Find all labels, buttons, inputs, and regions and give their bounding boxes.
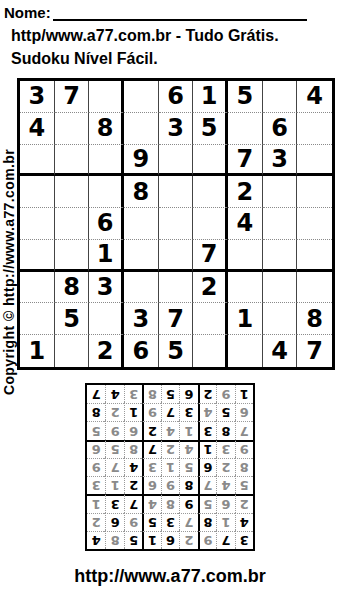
cell-r7c8[interactable] [263, 272, 298, 304]
cell-r9c7[interactable] [228, 335, 263, 367]
cell-r5c6[interactable] [193, 208, 228, 240]
answer-cell-r2c6: 5 [142, 513, 160, 531]
answer-cell-r3c5: 8 [161, 494, 179, 512]
answer-cell-r6c5: 2 [161, 440, 179, 458]
cell-r3c6[interactable] [193, 145, 228, 177]
answer-cell-r6c4: 4 [179, 440, 197, 458]
answer-cell-r6c8: 5 [105, 440, 123, 458]
cell-r6c3[interactable]: 1 [89, 240, 124, 272]
cell-r2c9[interactable] [297, 113, 332, 145]
cell-r6c4[interactable] [124, 240, 159, 272]
answer-cell-r3c8: 3 [105, 494, 123, 512]
cell-r4c9[interactable] [297, 176, 332, 208]
answer-cell-r3c3: 5 [198, 494, 216, 512]
cell-r9c2[interactable] [55, 335, 90, 367]
answer-cell-r4c3: 7 [198, 476, 216, 494]
cell-r8c7[interactable]: 1 [228, 303, 263, 335]
answer-cell-r9c1: 1 [235, 385, 253, 403]
answer-cell-r7c8: 9 [105, 421, 123, 439]
cell-r5c7[interactable]: 4 [228, 208, 263, 240]
answer-cell-r4c4: 8 [179, 476, 197, 494]
answer-cell-r8c6: 9 [142, 403, 160, 421]
cell-r3c3[interactable] [89, 145, 124, 177]
cell-r2c8[interactable]: 6 [263, 113, 298, 145]
answer-cell-r5c6: 3 [142, 458, 160, 476]
answer-cell-r9c9: 7 [87, 385, 105, 403]
copyright-vertical-text: Copyright © http://www.a77.com.br [1, 149, 17, 395]
cell-r4c8[interactable] [263, 176, 298, 208]
answer-cell-r5c7: 4 [124, 458, 142, 476]
answer-cell-r8c9: 8 [87, 403, 105, 421]
answer-cell-r8c5: 7 [161, 403, 179, 421]
answer-cell-r1c6: 1 [142, 531, 160, 549]
cell-r8c5[interactable]: 7 [159, 303, 194, 335]
sudoku-grid: 3761544835697382641783253718126547 [17, 78, 335, 370]
cell-r9c6[interactable] [193, 335, 228, 367]
cell-r9c9[interactable]: 7 [297, 335, 332, 367]
cell-r1c2[interactable]: 7 [55, 81, 90, 113]
cell-r9c8[interactable]: 4 [263, 335, 298, 367]
answer-cell-r3c6: 4 [142, 494, 160, 512]
cell-r7c1[interactable] [20, 272, 55, 304]
cell-r9c4[interactable]: 6 [124, 335, 159, 367]
answer-cell-r6c1: 9 [235, 440, 253, 458]
answer-cell-r2c4: 7 [179, 513, 197, 531]
cell-r1c5[interactable]: 6 [159, 81, 194, 113]
cell-r4c7[interactable]: 2 [228, 176, 263, 208]
cell-r7c7[interactable] [228, 272, 263, 304]
answer-cell-r7c2: 8 [216, 421, 234, 439]
answer-cell-r9c2: 9 [216, 385, 234, 403]
answer-cell-r6c7: 8 [124, 440, 142, 458]
answer-cell-r6c9: 6 [87, 440, 105, 458]
answer-cell-r3c4: 9 [179, 494, 197, 512]
cell-r1c6[interactable]: 1 [193, 81, 228, 113]
name-blank-line[interactable] [53, 3, 307, 21]
answer-cell-r5c9: 9 [87, 458, 105, 476]
cell-r2c3[interactable]: 8 [89, 113, 124, 145]
cell-r6c2[interactable] [55, 240, 90, 272]
answer-cell-r8c8: 2 [105, 403, 123, 421]
cell-r1c7[interactable]: 5 [228, 81, 263, 113]
answer-cell-r7c3: 3 [198, 421, 216, 439]
answer-cell-r7c5: 4 [161, 421, 179, 439]
answer-cell-r2c5: 3 [161, 513, 179, 531]
answer-cell-r2c9: 2 [87, 513, 105, 531]
answer-cell-r3c9: 1 [87, 494, 105, 512]
answer-cell-r4c1: 5 [235, 476, 253, 494]
cell-r5c5[interactable] [159, 208, 194, 240]
answer-cell-r8c2: 5 [216, 403, 234, 421]
cell-r5c3[interactable]: 6 [89, 208, 124, 240]
answer-cell-r7c6: 2 [142, 421, 160, 439]
cell-r5c2[interactable] [55, 208, 90, 240]
cell-r4c4[interactable]: 8 [124, 176, 159, 208]
cell-r6c8[interactable] [263, 240, 298, 272]
answer-cell-r7c9: 5 [87, 421, 105, 439]
answer-cell-r9c5: 5 [161, 385, 179, 403]
answer-cell-r7c4: 1 [179, 421, 197, 439]
cell-r3c7[interactable]: 7 [228, 145, 263, 177]
cell-r8c3[interactable] [89, 303, 124, 335]
cell-r4c5[interactable] [159, 176, 194, 208]
puzzle-level-title: Sudoku Nível Fácil. [11, 50, 158, 68]
cell-r7c9[interactable] [297, 272, 332, 304]
cell-r6c7[interactable] [228, 240, 263, 272]
answer-cell-r8c3: 4 [198, 403, 216, 421]
answer-cell-r2c1: 4 [235, 513, 253, 531]
answer-cell-r1c1: 3 [235, 531, 253, 549]
cell-r5c1[interactable] [20, 208, 55, 240]
cell-r8c8[interactable] [263, 303, 298, 335]
cell-r9c3[interactable]: 2 [89, 335, 124, 367]
answer-cell-r5c4: 5 [179, 458, 197, 476]
cell-r3c8[interactable]: 3 [263, 145, 298, 177]
cell-r6c6[interactable]: 7 [193, 240, 228, 272]
answer-cell-r6c6: 7 [142, 440, 160, 458]
answer-grid: 3792615844187359622659847315478962138265… [85, 383, 255, 551]
footer-url: http://www.a77.com.br [0, 566, 340, 587]
answer-cell-r4c7: 2 [124, 476, 142, 494]
answer-cell-r1c4: 2 [179, 531, 197, 549]
answer-cell-r9c4: 6 [179, 385, 197, 403]
answer-cell-r6c3: 1 [198, 440, 216, 458]
answer-cell-r3c2: 6 [216, 494, 234, 512]
answer-cell-r9c7: 3 [124, 385, 142, 403]
answer-cell-r4c6: 6 [142, 476, 160, 494]
answer-cell-r4c9: 3 [87, 476, 105, 494]
answer-cell-r9c3: 2 [198, 385, 216, 403]
cell-r6c5[interactable] [159, 240, 194, 272]
answer-cell-r7c7: 6 [124, 421, 142, 439]
cell-r1c4[interactable] [124, 81, 159, 113]
cell-r8c9[interactable]: 8 [297, 303, 332, 335]
answer-cell-r1c7: 5 [124, 531, 142, 549]
cell-r3c4[interactable]: 9 [124, 145, 159, 177]
answer-cell-r2c3: 8 [198, 513, 216, 531]
cell-r2c5[interactable]: 3 [159, 113, 194, 145]
cell-r1c9[interactable]: 4 [297, 81, 332, 113]
cell-r2c7[interactable] [228, 113, 263, 145]
cell-r9c1[interactable]: 1 [20, 335, 55, 367]
answer-cell-r2c7: 9 [124, 513, 142, 531]
cell-r4c1[interactable] [20, 176, 55, 208]
cell-r2c1[interactable]: 4 [20, 113, 55, 145]
answer-cell-r5c3: 6 [198, 458, 216, 476]
cell-r3c2[interactable] [55, 145, 90, 177]
cell-r1c1[interactable]: 3 [20, 81, 55, 113]
answer-cell-r9c6: 8 [142, 385, 160, 403]
cell-r3c5[interactable] [159, 145, 194, 177]
answer-cell-r6c2: 3 [216, 440, 234, 458]
cell-r7c6[interactable]: 2 [193, 272, 228, 304]
answer-cell-r3c7: 7 [124, 494, 142, 512]
cell-r8c2[interactable]: 5 [55, 303, 90, 335]
answer-cell-r8c7: 1 [124, 403, 142, 421]
answer-cell-r4c2: 4 [216, 476, 234, 494]
answer-cell-r4c8: 1 [105, 476, 123, 494]
answer-cell-r8c4: 3 [179, 403, 197, 421]
cell-r5c4[interactable] [124, 208, 159, 240]
answer-cell-r7c1: 7 [235, 421, 253, 439]
cell-r8c4[interactable]: 3 [124, 303, 159, 335]
cell-r4c2[interactable] [55, 176, 90, 208]
cell-r9c5[interactable]: 5 [159, 335, 194, 367]
answer-cell-r5c2: 2 [216, 458, 234, 476]
answer-cell-r1c2: 7 [216, 531, 234, 549]
answer-cell-r9c8: 4 [105, 385, 123, 403]
answer-cell-r2c2: 1 [216, 513, 234, 531]
answer-cell-r3c1: 2 [235, 494, 253, 512]
cell-r7c2[interactable]: 8 [55, 272, 90, 304]
cell-r8c1[interactable] [20, 303, 55, 335]
name-label: Nome: [4, 4, 51, 21]
answer-cell-r1c5: 6 [161, 531, 179, 549]
answer-cell-r5c8: 7 [105, 458, 123, 476]
answer-cell-r8c1: 6 [235, 403, 253, 421]
cell-r1c8[interactable] [263, 81, 298, 113]
cell-r4c3[interactable] [89, 176, 124, 208]
cell-r3c9[interactable] [297, 145, 332, 177]
cell-r2c6[interactable]: 5 [193, 113, 228, 145]
cell-r3c1[interactable] [20, 145, 55, 177]
answer-cell-r2c8: 6 [105, 513, 123, 531]
answer-cell-r1c9: 4 [87, 531, 105, 549]
cell-r2c2[interactable] [55, 113, 90, 145]
answer-cell-r1c3: 9 [198, 531, 216, 549]
cell-r6c1[interactable] [20, 240, 55, 272]
cell-r8c6[interactable] [193, 303, 228, 335]
name-row: Nome: [4, 3, 307, 21]
cell-r7c3[interactable]: 3 [89, 272, 124, 304]
cell-r7c5[interactable] [159, 272, 194, 304]
answer-cell-r5c1: 8 [235, 458, 253, 476]
cell-r2c4[interactable] [124, 113, 159, 145]
cell-r7c4[interactable] [124, 272, 159, 304]
cell-r4c6[interactable] [193, 176, 228, 208]
cell-r5c9[interactable] [297, 208, 332, 240]
answer-cell-r1c8: 8 [105, 531, 123, 549]
cell-r1c3[interactable] [89, 81, 124, 113]
answer-cell-r5c5: 1 [161, 458, 179, 476]
site-tagline: http/www.a77.com.br - Tudo Grátis. [11, 27, 279, 45]
cell-r6c9[interactable] [297, 240, 332, 272]
answer-cell-r4c5: 9 [161, 476, 179, 494]
cell-r5c8[interactable] [263, 208, 298, 240]
